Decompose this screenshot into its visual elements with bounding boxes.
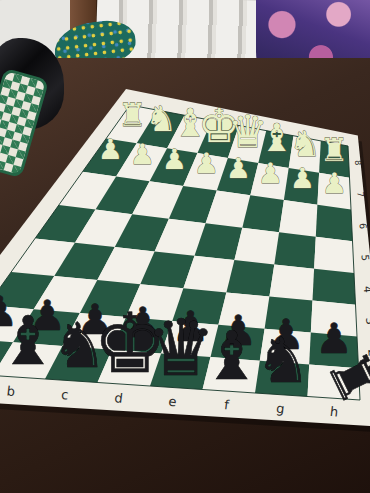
rank-label-7: 7 [355, 191, 365, 197]
piece-black-bishop-f1: ♝ [202, 317, 262, 395]
piece-white-pawn-e7: ♟ [226, 152, 251, 185]
piece-white-pawn-f7: ♟ [258, 157, 283, 190]
rank-label-8: 8 [353, 160, 363, 166]
square-g6 [279, 200, 317, 237]
piece-white-rook-a8: ♜ [118, 97, 146, 133]
chess-board: abcdefgh12345678♜♞♝♚♛♝♞♜♟♟♟♟♟♟♟♟♟♟♟♟♟♟♟♟… [0, 0, 370, 493]
square-g4 [269, 264, 314, 300]
piece-white-pawn-a7: ♟ [98, 133, 123, 166]
piece-black-knight-g1: ♞ [255, 324, 311, 397]
rank-label-4: 4 [361, 286, 370, 294]
square-h4 [313, 269, 356, 305]
piece-black-bishop-b1: ♝ [0, 302, 58, 380]
rank-label-3: 3 [363, 317, 370, 325]
piece-white-pawn-g7: ♟ [290, 162, 315, 195]
rank-label-6: 6 [357, 223, 368, 230]
square-h5 [314, 237, 354, 273]
square-g5 [274, 232, 316, 269]
piece-white-pawn-b7: ♟ [130, 138, 155, 171]
square-f4 [226, 260, 274, 296]
piece-white-pawn-c7: ♟ [162, 143, 187, 176]
piece-white-knight-g8: ♞ [290, 123, 322, 164]
piece-white-pawn-h7: ♟ [322, 167, 347, 200]
square-h6 [316, 205, 353, 242]
square-f5 [234, 228, 279, 265]
photo-scene: abcdefgh12345678♜♞♝♚♛♝♞♜♟♟♟♟♟♟♟♟♟♟♟♟♟♟♟♟… [0, 0, 370, 493]
piece-white-pawn-d7: ♟ [194, 147, 219, 180]
rank-label-5: 5 [360, 254, 370, 261]
piece-white-rook-h8: ♜ [320, 132, 348, 168]
